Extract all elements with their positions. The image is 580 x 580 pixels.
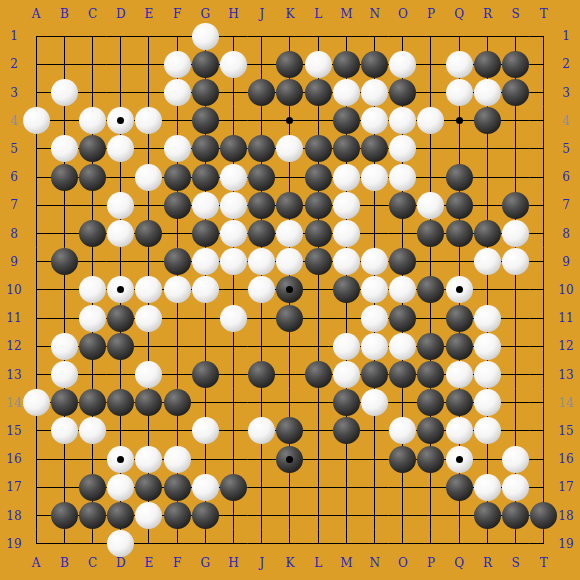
intersection-A14[interactable]: [22, 389, 50, 417]
intersection-A12[interactable]: [22, 332, 50, 360]
intersection-D1[interactable]: [107, 22, 135, 50]
intersection-F2[interactable]: [163, 50, 191, 78]
intersection-C6[interactable]: [78, 163, 106, 191]
intersection-G12[interactable]: [191, 332, 219, 360]
intersection-S19[interactable]: [501, 530, 529, 558]
intersection-C15[interactable]: [78, 417, 106, 445]
intersection-K4[interactable]: [276, 107, 304, 135]
intersection-C11[interactable]: [78, 304, 106, 332]
intersection-R10[interactable]: [473, 276, 501, 304]
intersection-L12[interactable]: [304, 332, 332, 360]
intersection-N19[interactable]: [360, 530, 388, 558]
intersection-C14[interactable]: [78, 389, 106, 417]
intersection-D8[interactable]: [107, 219, 135, 247]
intersection-H11[interactable]: [219, 304, 247, 332]
intersection-R9[interactable]: [473, 248, 501, 276]
intersection-P12[interactable]: [417, 332, 445, 360]
intersection-J7[interactable]: [248, 191, 276, 219]
intersection-B8[interactable]: [50, 219, 78, 247]
intersection-S11[interactable]: [501, 304, 529, 332]
intersection-D18[interactable]: [107, 501, 135, 529]
intersection-N9[interactable]: [360, 248, 388, 276]
intersection-N11[interactable]: [360, 304, 388, 332]
intersection-A4[interactable]: [22, 107, 50, 135]
intersection-B9[interactable]: [50, 248, 78, 276]
intersection-J11[interactable]: [248, 304, 276, 332]
intersection-K18[interactable]: [276, 501, 304, 529]
intersection-L4[interactable]: [304, 107, 332, 135]
intersection-C5[interactable]: [78, 135, 106, 163]
intersection-G2[interactable]: [191, 50, 219, 78]
intersection-P6[interactable]: [417, 163, 445, 191]
intersection-L8[interactable]: [304, 219, 332, 247]
intersection-Q12[interactable]: [445, 332, 473, 360]
intersection-R4[interactable]: [473, 107, 501, 135]
intersection-S2[interactable]: [501, 50, 529, 78]
intersection-O14[interactable]: [389, 389, 417, 417]
intersection-B2[interactable]: [50, 50, 78, 78]
intersection-G8[interactable]: [191, 219, 219, 247]
intersection-B11[interactable]: [50, 304, 78, 332]
intersection-O10[interactable]: [389, 276, 417, 304]
intersection-K5[interactable]: [276, 135, 304, 163]
intersection-Q5[interactable]: [445, 135, 473, 163]
intersection-F16[interactable]: [163, 445, 191, 473]
intersection-O13[interactable]: [389, 360, 417, 388]
intersection-O9[interactable]: [389, 248, 417, 276]
intersection-H10[interactable]: [219, 276, 247, 304]
intersection-N15[interactable]: [360, 417, 388, 445]
intersection-P8[interactable]: [417, 219, 445, 247]
intersection-J18[interactable]: [248, 501, 276, 529]
intersection-H15[interactable]: [219, 417, 247, 445]
intersection-C13[interactable]: [78, 360, 106, 388]
intersection-O16[interactable]: [389, 445, 417, 473]
intersection-F18[interactable]: [163, 501, 191, 529]
intersection-E18[interactable]: [135, 501, 163, 529]
intersection-D5[interactable]: [107, 135, 135, 163]
intersection-P2[interactable]: [417, 50, 445, 78]
intersection-K16[interactable]: [276, 445, 304, 473]
intersection-L9[interactable]: [304, 248, 332, 276]
intersection-J12[interactable]: [248, 332, 276, 360]
intersection-S6[interactable]: [501, 163, 529, 191]
intersection-Q19[interactable]: [445, 530, 473, 558]
intersection-J1[interactable]: [248, 22, 276, 50]
intersection-M17[interactable]: [332, 473, 360, 501]
intersection-P13[interactable]: [417, 360, 445, 388]
intersection-O2[interactable]: [389, 50, 417, 78]
intersection-S15[interactable]: [501, 417, 529, 445]
intersection-G3[interactable]: [191, 78, 219, 106]
intersection-A8[interactable]: [22, 219, 50, 247]
intersection-C17[interactable]: [78, 473, 106, 501]
intersection-D10[interactable]: [107, 276, 135, 304]
intersection-G18[interactable]: [191, 501, 219, 529]
intersection-T10[interactable]: [530, 276, 558, 304]
intersection-N16[interactable]: [360, 445, 388, 473]
intersection-B12[interactable]: [50, 332, 78, 360]
intersection-M19[interactable]: [332, 530, 360, 558]
intersection-C1[interactable]: [78, 22, 106, 50]
intersection-G19[interactable]: [191, 530, 219, 558]
intersection-M3[interactable]: [332, 78, 360, 106]
intersection-R7[interactable]: [473, 191, 501, 219]
intersection-S3[interactable]: [501, 78, 529, 106]
intersection-H8[interactable]: [219, 219, 247, 247]
intersection-O1[interactable]: [389, 22, 417, 50]
intersection-F3[interactable]: [163, 78, 191, 106]
intersection-O19[interactable]: [389, 530, 417, 558]
intersection-E7[interactable]: [135, 191, 163, 219]
intersection-P11[interactable]: [417, 304, 445, 332]
intersection-F6[interactable]: [163, 163, 191, 191]
intersection-S1[interactable]: [501, 22, 529, 50]
intersection-S8[interactable]: [501, 219, 529, 247]
intersection-F10[interactable]: [163, 276, 191, 304]
intersection-C10[interactable]: [78, 276, 106, 304]
intersection-G10[interactable]: [191, 276, 219, 304]
intersection-P14[interactable]: [417, 389, 445, 417]
intersection-N12[interactable]: [360, 332, 388, 360]
intersection-S4[interactable]: [501, 107, 529, 135]
intersection-L16[interactable]: [304, 445, 332, 473]
intersection-S5[interactable]: [501, 135, 529, 163]
intersection-G6[interactable]: [191, 163, 219, 191]
intersection-Q17[interactable]: [445, 473, 473, 501]
intersection-C19[interactable]: [78, 530, 106, 558]
intersection-E6[interactable]: [135, 163, 163, 191]
intersection-T15[interactable]: [530, 417, 558, 445]
intersection-Q7[interactable]: [445, 191, 473, 219]
intersection-D6[interactable]: [107, 163, 135, 191]
intersection-L7[interactable]: [304, 191, 332, 219]
intersection-C16[interactable]: [78, 445, 106, 473]
intersection-D2[interactable]: [107, 50, 135, 78]
intersection-K9[interactable]: [276, 248, 304, 276]
intersection-G9[interactable]: [191, 248, 219, 276]
intersection-G11[interactable]: [191, 304, 219, 332]
intersection-M13[interactable]: [332, 360, 360, 388]
intersection-O18[interactable]: [389, 501, 417, 529]
intersection-P9[interactable]: [417, 248, 445, 276]
intersection-D9[interactable]: [107, 248, 135, 276]
intersection-L3[interactable]: [304, 78, 332, 106]
intersection-M10[interactable]: [332, 276, 360, 304]
intersection-K13[interactable]: [276, 360, 304, 388]
intersection-B16[interactable]: [50, 445, 78, 473]
intersection-N10[interactable]: [360, 276, 388, 304]
intersection-S13[interactable]: [501, 360, 529, 388]
intersection-H2[interactable]: [219, 50, 247, 78]
intersection-L14[interactable]: [304, 389, 332, 417]
intersection-E4[interactable]: [135, 107, 163, 135]
intersection-T3[interactable]: [530, 78, 558, 106]
intersection-J6[interactable]: [248, 163, 276, 191]
intersection-E12[interactable]: [135, 332, 163, 360]
intersection-N2[interactable]: [360, 50, 388, 78]
intersection-A3[interactable]: [22, 78, 50, 106]
intersection-P1[interactable]: [417, 22, 445, 50]
intersection-J14[interactable]: [248, 389, 276, 417]
intersection-D4[interactable]: [107, 107, 135, 135]
intersection-S18[interactable]: [501, 501, 529, 529]
intersection-A15[interactable]: [22, 417, 50, 445]
intersection-T16[interactable]: [530, 445, 558, 473]
intersection-G7[interactable]: [191, 191, 219, 219]
intersection-R3[interactable]: [473, 78, 501, 106]
intersection-J17[interactable]: [248, 473, 276, 501]
intersection-O3[interactable]: [389, 78, 417, 106]
intersection-J2[interactable]: [248, 50, 276, 78]
intersection-J5[interactable]: [248, 135, 276, 163]
intersection-F17[interactable]: [163, 473, 191, 501]
intersection-P3[interactable]: [417, 78, 445, 106]
intersection-T12[interactable]: [530, 332, 558, 360]
intersection-D13[interactable]: [107, 360, 135, 388]
intersection-F1[interactable]: [163, 22, 191, 50]
intersection-M16[interactable]: [332, 445, 360, 473]
intersection-B10[interactable]: [50, 276, 78, 304]
intersection-F12[interactable]: [163, 332, 191, 360]
intersection-E14[interactable]: [135, 389, 163, 417]
intersection-T17[interactable]: [530, 473, 558, 501]
intersection-B13[interactable]: [50, 360, 78, 388]
intersection-D12[interactable]: [107, 332, 135, 360]
intersection-E3[interactable]: [135, 78, 163, 106]
intersection-E2[interactable]: [135, 50, 163, 78]
intersection-L11[interactable]: [304, 304, 332, 332]
intersection-P10[interactable]: [417, 276, 445, 304]
intersection-R15[interactable]: [473, 417, 501, 445]
intersection-Q18[interactable]: [445, 501, 473, 529]
intersection-E15[interactable]: [135, 417, 163, 445]
intersection-A13[interactable]: [22, 360, 50, 388]
intersection-F8[interactable]: [163, 219, 191, 247]
intersection-C3[interactable]: [78, 78, 106, 106]
intersection-Q16[interactable]: [445, 445, 473, 473]
intersection-S9[interactable]: [501, 248, 529, 276]
intersection-G4[interactable]: [191, 107, 219, 135]
intersection-A19[interactable]: [22, 530, 50, 558]
intersection-Q3[interactable]: [445, 78, 473, 106]
intersection-O17[interactable]: [389, 473, 417, 501]
intersection-O11[interactable]: [389, 304, 417, 332]
intersection-H12[interactable]: [219, 332, 247, 360]
intersection-O5[interactable]: [389, 135, 417, 163]
intersection-L18[interactable]: [304, 501, 332, 529]
intersection-L15[interactable]: [304, 417, 332, 445]
intersection-B17[interactable]: [50, 473, 78, 501]
intersection-P16[interactable]: [417, 445, 445, 473]
intersection-T11[interactable]: [530, 304, 558, 332]
intersection-M4[interactable]: [332, 107, 360, 135]
intersection-L19[interactable]: [304, 530, 332, 558]
intersection-C4[interactable]: [78, 107, 106, 135]
intersection-A5[interactable]: [22, 135, 50, 163]
intersection-M8[interactable]: [332, 219, 360, 247]
intersection-J16[interactable]: [248, 445, 276, 473]
intersection-R19[interactable]: [473, 530, 501, 558]
intersection-K12[interactable]: [276, 332, 304, 360]
intersection-E9[interactable]: [135, 248, 163, 276]
intersection-B19[interactable]: [50, 530, 78, 558]
intersection-Q11[interactable]: [445, 304, 473, 332]
intersection-S16[interactable]: [501, 445, 529, 473]
intersection-Q15[interactable]: [445, 417, 473, 445]
intersection-H6[interactable]: [219, 163, 247, 191]
intersection-Q14[interactable]: [445, 389, 473, 417]
intersection-M12[interactable]: [332, 332, 360, 360]
intersection-H16[interactable]: [219, 445, 247, 473]
intersection-E16[interactable]: [135, 445, 163, 473]
intersection-L5[interactable]: [304, 135, 332, 163]
intersection-K19[interactable]: [276, 530, 304, 558]
intersection-M15[interactable]: [332, 417, 360, 445]
intersection-Q1[interactable]: [445, 22, 473, 50]
intersection-G13[interactable]: [191, 360, 219, 388]
intersection-D7[interactable]: [107, 191, 135, 219]
intersection-H7[interactable]: [219, 191, 247, 219]
intersection-T8[interactable]: [530, 219, 558, 247]
intersection-R2[interactable]: [473, 50, 501, 78]
intersection-T9[interactable]: [530, 248, 558, 276]
intersection-R8[interactable]: [473, 219, 501, 247]
intersection-A2[interactable]: [22, 50, 50, 78]
intersection-N7[interactable]: [360, 191, 388, 219]
intersection-E19[interactable]: [135, 530, 163, 558]
intersection-O12[interactable]: [389, 332, 417, 360]
intersection-L13[interactable]: [304, 360, 332, 388]
intersection-Q6[interactable]: [445, 163, 473, 191]
intersection-E5[interactable]: [135, 135, 163, 163]
intersection-O7[interactable]: [389, 191, 417, 219]
intersection-C7[interactable]: [78, 191, 106, 219]
intersection-M1[interactable]: [332, 22, 360, 50]
intersection-H3[interactable]: [219, 78, 247, 106]
intersection-L17[interactable]: [304, 473, 332, 501]
intersection-C2[interactable]: [78, 50, 106, 78]
intersection-T14[interactable]: [530, 389, 558, 417]
intersection-F4[interactable]: [163, 107, 191, 135]
intersection-J13[interactable]: [248, 360, 276, 388]
intersection-K10[interactable]: [276, 276, 304, 304]
intersection-M5[interactable]: [332, 135, 360, 163]
intersection-T18[interactable]: [530, 501, 558, 529]
intersection-R1[interactable]: [473, 22, 501, 50]
intersection-J4[interactable]: [248, 107, 276, 135]
intersection-N13[interactable]: [360, 360, 388, 388]
intersection-H14[interactable]: [219, 389, 247, 417]
intersection-B18[interactable]: [50, 501, 78, 529]
intersection-R6[interactable]: [473, 163, 501, 191]
intersection-T4[interactable]: [530, 107, 558, 135]
intersection-F14[interactable]: [163, 389, 191, 417]
intersection-O15[interactable]: [389, 417, 417, 445]
intersection-A6[interactable]: [22, 163, 50, 191]
intersection-D3[interactable]: [107, 78, 135, 106]
intersection-N4[interactable]: [360, 107, 388, 135]
intersection-N1[interactable]: [360, 22, 388, 50]
intersection-K2[interactable]: [276, 50, 304, 78]
intersection-H18[interactable]: [219, 501, 247, 529]
intersection-B4[interactable]: [50, 107, 78, 135]
intersection-F7[interactable]: [163, 191, 191, 219]
intersection-H13[interactable]: [219, 360, 247, 388]
intersection-R5[interactable]: [473, 135, 501, 163]
intersection-T1[interactable]: [530, 22, 558, 50]
intersection-C12[interactable]: [78, 332, 106, 360]
intersection-R11[interactable]: [473, 304, 501, 332]
intersection-Q9[interactable]: [445, 248, 473, 276]
intersection-F19[interactable]: [163, 530, 191, 558]
intersection-A18[interactable]: [22, 501, 50, 529]
intersection-C8[interactable]: [78, 219, 106, 247]
intersection-F13[interactable]: [163, 360, 191, 388]
intersection-R16[interactable]: [473, 445, 501, 473]
intersection-A11[interactable]: [22, 304, 50, 332]
intersection-E17[interactable]: [135, 473, 163, 501]
intersection-A10[interactable]: [22, 276, 50, 304]
intersection-H17[interactable]: [219, 473, 247, 501]
intersection-C9[interactable]: [78, 248, 106, 276]
intersection-R13[interactable]: [473, 360, 501, 388]
intersection-J15[interactable]: [248, 417, 276, 445]
intersection-P19[interactable]: [417, 530, 445, 558]
intersection-Q10[interactable]: [445, 276, 473, 304]
intersection-K14[interactable]: [276, 389, 304, 417]
intersection-D15[interactable]: [107, 417, 135, 445]
intersection-M9[interactable]: [332, 248, 360, 276]
intersection-R12[interactable]: [473, 332, 501, 360]
intersection-D19[interactable]: [107, 530, 135, 558]
intersection-E13[interactable]: [135, 360, 163, 388]
intersection-H5[interactable]: [219, 135, 247, 163]
intersection-M2[interactable]: [332, 50, 360, 78]
intersection-M6[interactable]: [332, 163, 360, 191]
intersection-P5[interactable]: [417, 135, 445, 163]
intersection-B7[interactable]: [50, 191, 78, 219]
intersection-O6[interactable]: [389, 163, 417, 191]
intersection-D14[interactable]: [107, 389, 135, 417]
intersection-G5[interactable]: [191, 135, 219, 163]
intersection-T7[interactable]: [530, 191, 558, 219]
intersection-A17[interactable]: [22, 473, 50, 501]
intersection-H1[interactable]: [219, 22, 247, 50]
intersection-E10[interactable]: [135, 276, 163, 304]
intersection-J19[interactable]: [248, 530, 276, 558]
intersection-Q13[interactable]: [445, 360, 473, 388]
intersection-N3[interactable]: [360, 78, 388, 106]
intersection-Q8[interactable]: [445, 219, 473, 247]
intersection-K3[interactable]: [276, 78, 304, 106]
intersection-B3[interactable]: [50, 78, 78, 106]
intersection-M18[interactable]: [332, 501, 360, 529]
intersection-E11[interactable]: [135, 304, 163, 332]
intersection-N17[interactable]: [360, 473, 388, 501]
intersection-K15[interactable]: [276, 417, 304, 445]
intersection-T19[interactable]: [530, 530, 558, 558]
intersection-S17[interactable]: [501, 473, 529, 501]
intersection-K7[interactable]: [276, 191, 304, 219]
intersection-R17[interactable]: [473, 473, 501, 501]
intersection-F9[interactable]: [163, 248, 191, 276]
intersection-K8[interactable]: [276, 219, 304, 247]
intersection-P17[interactable]: [417, 473, 445, 501]
intersection-J9[interactable]: [248, 248, 276, 276]
intersection-S10[interactable]: [501, 276, 529, 304]
intersection-F11[interactable]: [163, 304, 191, 332]
